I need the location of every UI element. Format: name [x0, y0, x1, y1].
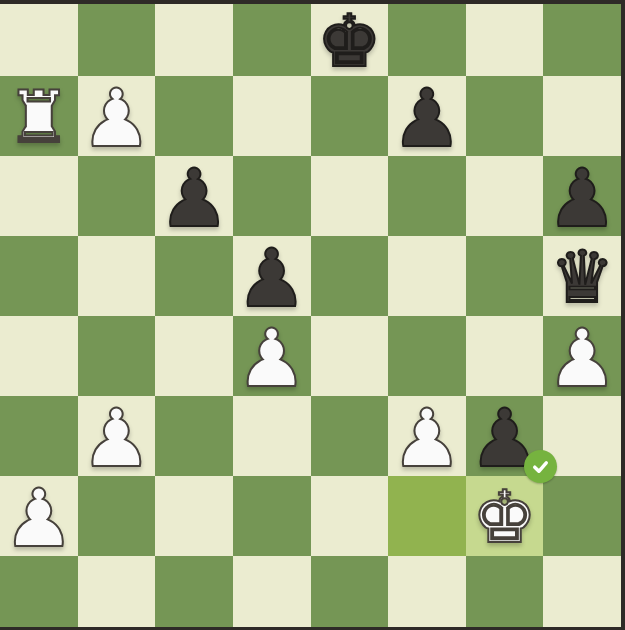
board-frame: ♚♜♟♟♟♟♟♛♟♟♟♟♟♟♚: [0, 0, 625, 630]
white-pawn[interactable]: ♟: [3, 479, 75, 559]
chess-board: ♚♜♟♟♟♟♟♛♟♟♟♟♟♟♚: [0, 4, 621, 627]
square-d1[interactable]: [233, 556, 311, 627]
square-h1[interactable]: [543, 556, 621, 627]
square-c4[interactable]: [155, 316, 233, 396]
square-b5[interactable]: [78, 236, 156, 316]
square-h2[interactable]: [543, 476, 621, 556]
square-a3[interactable]: [0, 396, 78, 476]
white-rook[interactable]: ♜: [7, 81, 72, 153]
square-d3[interactable]: [233, 396, 311, 476]
square-h4[interactable]: ♟: [543, 316, 621, 396]
square-d7[interactable]: [233, 76, 311, 156]
square-e6[interactable]: [311, 156, 389, 236]
square-c6[interactable]: ♟: [155, 156, 233, 236]
square-b4[interactable]: [78, 316, 156, 396]
square-d5[interactable]: ♟: [233, 236, 311, 316]
square-f6[interactable]: [388, 156, 466, 236]
square-c1[interactable]: [155, 556, 233, 627]
check-icon: [529, 455, 552, 478]
square-c7[interactable]: [155, 76, 233, 156]
square-e7[interactable]: [311, 76, 389, 156]
square-g8[interactable]: [466, 4, 544, 76]
square-d2[interactable]: [233, 476, 311, 556]
black-pawn[interactable]: ♟: [391, 79, 463, 159]
square-e1[interactable]: [311, 556, 389, 627]
square-b1[interactable]: [78, 556, 156, 627]
square-a4[interactable]: [0, 316, 78, 396]
square-e8[interactable]: ♚: [311, 4, 389, 76]
square-g1[interactable]: [466, 556, 544, 627]
square-h7[interactable]: [543, 76, 621, 156]
square-f1[interactable]: [388, 556, 466, 627]
square-d6[interactable]: [233, 156, 311, 236]
square-b8[interactable]: [78, 4, 156, 76]
white-pawn[interactable]: ♟: [81, 79, 153, 159]
square-a7[interactable]: ♜: [0, 76, 78, 156]
white-pawn[interactable]: ♟: [236, 319, 308, 399]
square-b6[interactable]: [78, 156, 156, 236]
square-a6[interactable]: [0, 156, 78, 236]
square-c3[interactable]: [155, 396, 233, 476]
square-h5[interactable]: ♛: [543, 236, 621, 316]
square-f8[interactable]: [388, 4, 466, 76]
square-c2[interactable]: [155, 476, 233, 556]
square-g4[interactable]: [466, 316, 544, 396]
square-b3[interactable]: ♟: [78, 396, 156, 476]
square-d4[interactable]: ♟: [233, 316, 311, 396]
square-d8[interactable]: [233, 4, 311, 76]
black-pawn[interactable]: ♟: [546, 159, 618, 239]
square-h6[interactable]: ♟: [543, 156, 621, 236]
square-c8[interactable]: [155, 4, 233, 76]
square-f5[interactable]: [388, 236, 466, 316]
square-h8[interactable]: [543, 4, 621, 76]
square-e2[interactable]: [311, 476, 389, 556]
square-b2[interactable]: [78, 476, 156, 556]
square-g2[interactable]: ♚: [466, 476, 544, 556]
black-queen[interactable]: ♛: [550, 241, 615, 313]
square-c5[interactable]: [155, 236, 233, 316]
white-pawn[interactable]: ♟: [391, 399, 463, 479]
square-g5[interactable]: [466, 236, 544, 316]
square-a5[interactable]: [0, 236, 78, 316]
white-king[interactable]: ♚: [472, 481, 537, 553]
square-f7[interactable]: ♟: [388, 76, 466, 156]
correct-move-badge: [524, 450, 557, 483]
black-king[interactable]: ♚: [317, 5, 382, 77]
square-a2[interactable]: ♟: [0, 476, 78, 556]
square-a8[interactable]: [0, 4, 78, 76]
square-e4[interactable]: [311, 316, 389, 396]
square-a1[interactable]: [0, 556, 78, 627]
white-pawn[interactable]: ♟: [81, 399, 153, 479]
square-f2[interactable]: [388, 476, 466, 556]
square-g7[interactable]: [466, 76, 544, 156]
square-f3[interactable]: ♟: [388, 396, 466, 476]
white-pawn[interactable]: ♟: [546, 319, 618, 399]
black-pawn[interactable]: ♟: [158, 159, 230, 239]
square-e5[interactable]: [311, 236, 389, 316]
square-b7[interactable]: ♟: [78, 76, 156, 156]
square-g6[interactable]: [466, 156, 544, 236]
square-e3[interactable]: [311, 396, 389, 476]
black-pawn[interactable]: ♟: [236, 239, 308, 319]
square-f4[interactable]: [388, 316, 466, 396]
